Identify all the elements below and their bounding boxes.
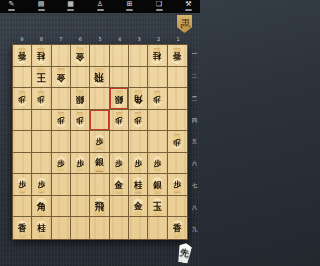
- rank-label-2: 二: [189, 66, 200, 88]
- tools-icon-button[interactable]: ⚒: [185, 1, 192, 11]
- square-2c[interactable]: 歩: [148, 88, 167, 110]
- file-label-3: 3: [129, 36, 149, 43]
- gote-piece-香-1a[interactable]: 香: [170, 48, 185, 64]
- square-4f[interactable]: 歩: [110, 153, 129, 175]
- square-4c[interactable]: 銀: [110, 88, 129, 110]
- square-7a[interactable]: [52, 45, 71, 67]
- square-8a[interactable]: 桂: [32, 45, 51, 67]
- square-2d[interactable]: [148, 110, 167, 132]
- piece-icon-button[interactable]: ♙: [97, 1, 104, 11]
- square-8i[interactable]: 桂: [32, 217, 51, 239]
- square-6i[interactable]: [71, 217, 90, 239]
- square-2f[interactable]: 歩: [148, 153, 167, 175]
- file-label-1: 1: [168, 36, 188, 43]
- tools-icon-label: [185, 9, 192, 11]
- square-3b[interactable]: [129, 67, 148, 89]
- rank-label-9: 九: [189, 218, 200, 240]
- sente-piece-香-9i[interactable]: 香: [15, 220, 29, 237]
- layout-icon-button[interactable]: ⊞: [126, 1, 133, 11]
- square-1h[interactable]: [168, 196, 187, 218]
- file-label-9: 9: [12, 36, 32, 43]
- square-1d[interactable]: [168, 110, 187, 132]
- sente-label: 先: [179, 246, 190, 260]
- square-6d[interactable]: 歩: [71, 110, 90, 132]
- square-1f[interactable]: [168, 153, 187, 175]
- square-8f[interactable]: [32, 153, 51, 175]
- pen-icon-button[interactable]: ✎: [8, 1, 15, 11]
- sente-piece-歩-1g[interactable]: 歩: [171, 177, 185, 192]
- square-5a[interactable]: [90, 45, 109, 67]
- sente-piece-歩-6f[interactable]: 歩: [74, 156, 87, 171]
- square-3i[interactable]: [129, 217, 148, 239]
- square-7i[interactable]: [52, 217, 71, 239]
- square-5h[interactable]: 飛: [90, 196, 109, 218]
- square-4d[interactable]: 歩: [110, 110, 129, 132]
- square-2g[interactable]: 銀: [148, 174, 167, 196]
- square-2i[interactable]: [148, 217, 167, 239]
- sente-piece-桂-3g[interactable]: 桂: [131, 177, 145, 193]
- square-4e[interactable]: [110, 131, 129, 153]
- square-3c[interactable]: 角: [129, 88, 148, 110]
- file-label-4: 4: [110, 36, 130, 43]
- square-2h[interactable]: 玉: [148, 196, 167, 218]
- gote-piece-歩-3d[interactable]: 歩: [132, 113, 145, 128]
- square-8b[interactable]: 王: [32, 67, 51, 89]
- gote-piece-歩-8c[interactable]: 歩: [35, 91, 48, 106]
- file-label-8: 8: [32, 36, 52, 43]
- rank-label-5: 五: [189, 131, 200, 153]
- square-6e[interactable]: [71, 131, 90, 153]
- square-5i[interactable]: [90, 217, 109, 239]
- sente-piece-歩-3f[interactable]: 歩: [132, 156, 145, 171]
- sente-piece-銀-2g[interactable]: 銀: [150, 177, 165, 194]
- gote-piece-歩-1e[interactable]: 歩: [171, 134, 185, 149]
- folder-icon: ❏: [156, 1, 162, 8]
- square-9f[interactable]: [13, 153, 32, 175]
- square-6f[interactable]: 歩: [71, 153, 90, 175]
- square-9d[interactable]: [13, 110, 32, 132]
- square-7b[interactable]: 金: [52, 67, 71, 89]
- square-4h[interactable]: [110, 196, 129, 218]
- square-5b[interactable]: 飛: [90, 67, 109, 89]
- board-icon: ▦: [67, 1, 74, 8]
- sente-turn-marker: 先: [173, 242, 195, 265]
- square-1e[interactable]: 歩: [168, 131, 187, 153]
- square-5f[interactable]: 銀: [90, 153, 109, 175]
- file-coordinates: 987654321: [12, 36, 188, 43]
- board-icon-button[interactable]: ▦: [67, 1, 74, 11]
- sente-piece-金-3h[interactable]: 金: [131, 198, 146, 215]
- square-6c[interactable]: 銀: [71, 88, 90, 110]
- folder-icon-button[interactable]: ❏: [156, 1, 163, 11]
- gote-piece-金-7b[interactable]: 金: [54, 69, 69, 86]
- archive-icon-label: [38, 9, 45, 11]
- tools-icon: ⚒: [185, 1, 191, 8]
- gote-piece-金-6a[interactable]: 金: [73, 47, 88, 64]
- rank-label-4: 四: [189, 109, 200, 131]
- file-label-6: 6: [71, 36, 91, 43]
- sente-piece-歩-8g[interactable]: 歩: [35, 177, 48, 192]
- gote-piece-歩-2c[interactable]: 歩: [151, 91, 164, 106]
- square-6a[interactable]: 金: [71, 45, 90, 67]
- sente-piece-歩-9g[interactable]: 歩: [16, 177, 29, 192]
- square-7c[interactable]: [52, 88, 71, 110]
- gote-piece-歩-7d[interactable]: 歩: [54, 113, 67, 128]
- square-5d[interactable]: [90, 110, 109, 132]
- square-2a[interactable]: 桂: [148, 45, 167, 67]
- square-1c[interactable]: [168, 88, 187, 110]
- square-7f[interactable]: 歩: [52, 153, 71, 175]
- square-6g[interactable]: [71, 174, 90, 196]
- file-label-2: 2: [149, 36, 169, 43]
- square-2b[interactable]: [148, 67, 167, 89]
- sente-piece-歩-5e[interactable]: 歩: [93, 134, 106, 149]
- square-9b[interactable]: [13, 67, 32, 89]
- square-8h[interactable]: 角: [32, 196, 51, 218]
- square-4a[interactable]: [110, 45, 129, 67]
- square-4g[interactable]: 金: [110, 174, 129, 196]
- square-3f[interactable]: 歩: [129, 153, 148, 175]
- sente-piece-歩-7f[interactable]: 歩: [54, 156, 67, 171]
- file-label-5: 5: [90, 36, 110, 43]
- square-5g[interactable]: [90, 174, 109, 196]
- gote-piece-銀-6c[interactable]: 銀: [73, 90, 88, 107]
- layout-icon: ⊞: [127, 1, 133, 8]
- square-1a[interactable]: 香: [168, 45, 187, 67]
- gote-piece-王-8b[interactable]: 王: [34, 68, 49, 86]
- board-icon-label: [67, 9, 74, 11]
- square-1g[interactable]: 歩: [168, 174, 187, 196]
- square-7g[interactable]: [52, 174, 71, 196]
- square-3a[interactable]: [129, 45, 148, 67]
- square-4i[interactable]: [110, 217, 129, 239]
- square-9a[interactable]: 香: [13, 45, 32, 67]
- square-6h[interactable]: [71, 196, 90, 218]
- gote-piece-歩-4d[interactable]: 歩: [112, 113, 125, 128]
- pen-icon: ✎: [9, 1, 15, 8]
- file-label-7: 7: [51, 36, 71, 43]
- square-4b[interactable]: [110, 67, 129, 89]
- toolbar: ✎▤▦♙⊞❏⚒: [0, 0, 200, 13]
- square-8c[interactable]: 歩: [32, 88, 51, 110]
- square-8d[interactable]: [32, 110, 51, 132]
- square-3h[interactable]: 金: [129, 196, 148, 218]
- square-1i[interactable]: 香: [168, 217, 187, 239]
- square-8e[interactable]: [32, 131, 51, 153]
- archive-icon-button[interactable]: ▤: [38, 1, 45, 11]
- sente-piece-玉-2h[interactable]: 玉: [150, 198, 165, 216]
- square-8g[interactable]: 歩: [32, 174, 51, 196]
- shogi-board[interactable]: 香桂金桂香王金飛歩歩銀銀角歩歩歩歩歩歩歩歩歩銀歩歩歩歩歩金桂銀歩角飛金玉香桂香: [12, 44, 188, 240]
- sente-piece-銀-5f[interactable]: 銀: [92, 155, 107, 172]
- gote-piece-銀-4c[interactable]: 銀: [112, 90, 127, 107]
- square-5c[interactable]: [90, 88, 109, 110]
- rank-label-6: 六: [189, 153, 200, 175]
- rank-label-8: 八: [189, 196, 200, 218]
- square-5e[interactable]: 歩: [90, 131, 109, 153]
- square-9i[interactable]: 香: [13, 217, 32, 239]
- sente-piece-飛-5h[interactable]: 飛: [92, 198, 107, 216]
- rank-label-3: 三: [189, 88, 200, 110]
- square-3d[interactable]: 歩: [129, 110, 148, 132]
- piece-icon-label: [97, 9, 104, 11]
- square-7e[interactable]: [52, 131, 71, 153]
- square-9h[interactable]: [13, 196, 32, 218]
- sente-piece-角-8h[interactable]: 角: [34, 198, 49, 216]
- square-9c[interactable]: 歩: [13, 88, 32, 110]
- gote-piece-歩-6d[interactable]: 歩: [74, 113, 87, 128]
- horse-kanji-icon: 馬: [180, 19, 190, 29]
- gote-piece-桂-8a[interactable]: 桂: [35, 48, 49, 64]
- gote-piece-香-9a[interactable]: 香: [15, 48, 29, 64]
- pen-icon-label: [8, 9, 15, 11]
- sente-piece-歩-2f[interactable]: 歩: [151, 156, 164, 171]
- gote-piece-歩-9c[interactable]: 歩: [16, 91, 29, 106]
- square-3e[interactable]: [129, 131, 148, 153]
- square-6b[interactable]: [71, 67, 90, 89]
- sente-piece-金-4g[interactable]: 金: [112, 177, 127, 194]
- folder-icon-label: [156, 9, 163, 11]
- square-3g[interactable]: 桂: [129, 174, 148, 196]
- archive-icon: ▤: [38, 1, 45, 8]
- sente-piece-歩-4f[interactable]: 歩: [112, 156, 125, 171]
- sente-piece-香-1i[interactable]: 香: [170, 220, 185, 237]
- shogi-emblem-shield: 馬: [177, 15, 192, 33]
- piece-icon: ♙: [97, 1, 103, 8]
- square-7d[interactable]: 歩: [52, 110, 71, 132]
- layout-icon-label: [126, 9, 133, 11]
- gote-piece-角-3c[interactable]: 角: [131, 90, 146, 108]
- square-9e[interactable]: [13, 131, 32, 153]
- square-2e[interactable]: [148, 131, 167, 153]
- rank-coordinates: 一二三四五六七八九: [189, 44, 200, 240]
- gote-piece-桂-2a[interactable]: 桂: [151, 48, 165, 64]
- square-1b[interactable]: [168, 67, 187, 89]
- gote-piece-飛-5b[interactable]: 飛: [92, 68, 107, 86]
- square-7h[interactable]: [52, 196, 71, 218]
- rank-label-1: 一: [189, 44, 200, 66]
- sente-piece-桂-8i[interactable]: 桂: [35, 220, 49, 237]
- square-9g[interactable]: 歩: [13, 174, 32, 196]
- rank-label-7: 七: [189, 175, 200, 197]
